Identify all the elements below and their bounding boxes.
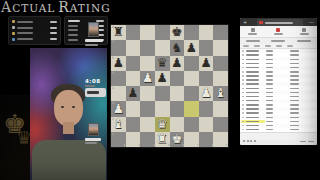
- table-cell-text: [266, 75, 273, 77]
- tab-title-text: [265, 22, 293, 24]
- square-c2[interactable]: [140, 117, 155, 132]
- black-pawn[interactable]: ♟: [184, 40, 199, 55]
- black-pawn[interactable]: ♟: [155, 71, 170, 86]
- table-cell-text: [266, 67, 273, 69]
- square-a7[interactable]: 7: [111, 40, 126, 55]
- square-b8[interactable]: [126, 25, 141, 40]
- square-c6[interactable]: [140, 56, 155, 71]
- table-cell-text: [290, 54, 299, 56]
- square-e7[interactable]: ♞: [170, 40, 185, 55]
- stat-label: [68, 20, 80, 22]
- table-cell-text: [242, 121, 244, 123]
- filter-link[interactable]: [246, 40, 260, 42]
- table-cell-text: [290, 112, 299, 114]
- table-cell-text: [290, 75, 299, 77]
- square-g7[interactable]: [199, 40, 214, 55]
- square-b3[interactable]: [126, 101, 141, 116]
- square-a1[interactable]: 1a: [111, 132, 126, 147]
- table-cell-text: [290, 92, 299, 94]
- stat-label: [68, 34, 78, 36]
- stream-title-word-left: ACTUAL: [1, 0, 55, 15]
- table-cell-text: [242, 75, 244, 77]
- table-column-header[interactable]: [276, 45, 282, 47]
- table-cell-text: [290, 88, 299, 90]
- table-cell-text: [246, 83, 259, 85]
- webcam-video: [30, 48, 107, 180]
- player-username[interactable]: [85, 138, 101, 141]
- minimize-button[interactable]: —: [309, 20, 314, 25]
- square-g4[interactable]: ♟: [199, 86, 214, 101]
- white-bishop[interactable]: ♝: [111, 117, 126, 132]
- tab-favicon-icon: [259, 21, 263, 25]
- opponent-clock: 4:08: [85, 78, 107, 84]
- table-cell-text: [290, 117, 299, 119]
- stat-piece-icon: [12, 20, 15, 23]
- square-g5[interactable]: [199, 71, 214, 86]
- table-cell-text: [246, 54, 259, 56]
- table-cell-text: [266, 121, 273, 123]
- opponent-rating: [85, 44, 98, 46]
- square-a6[interactable]: 6♟: [111, 56, 126, 71]
- stat-label: [17, 32, 33, 34]
- square-d7[interactable]: [155, 40, 170, 55]
- square-h8[interactable]: [213, 25, 228, 40]
- table-cell-text: [242, 88, 244, 90]
- rating-table-body: [240, 49, 317, 132]
- stat-label: [68, 39, 78, 41]
- square-c3[interactable]: [140, 101, 155, 116]
- table-cell-text: [242, 117, 244, 119]
- stat-value: [50, 21, 57, 23]
- table-cell-text: [242, 54, 244, 56]
- square-g8[interactable]: [199, 25, 214, 40]
- black-pawn[interactable]: ♟: [111, 56, 126, 71]
- table-cell-text: [266, 59, 273, 61]
- stream-frame: ACTUAL RATING ♚ ♛ 4:08 8♜♚7♞♟6♟♛♟♟5♟♟4♟♟…: [0, 0, 320, 180]
- square-d2[interactable]: ♛: [155, 117, 170, 132]
- table-cell-text: [246, 75, 259, 77]
- table-cell-text: [242, 108, 244, 110]
- square-f7[interactable]: ♟: [184, 40, 199, 55]
- square-g3[interactable]: [199, 101, 214, 116]
- table-column-header[interactable]: [254, 45, 260, 47]
- white-queen[interactable]: ♛: [155, 117, 170, 132]
- white-pawn[interactable]: ♟: [199, 86, 214, 101]
- table-cell-text: [266, 100, 273, 102]
- streamer-face: [54, 90, 83, 126]
- table-column-header[interactable]: [287, 45, 293, 47]
- table-cell-text: [242, 67, 244, 69]
- square-f8[interactable]: [184, 25, 199, 40]
- streamer-eye-right: [72, 106, 75, 108]
- coordinate-file-h: h: [226, 143, 228, 147]
- square-h5[interactable]: [213, 71, 228, 86]
- square-b7[interactable]: [126, 40, 141, 55]
- stat-label: [17, 21, 33, 23]
- stat-piece-icon: [12, 38, 15, 41]
- table-cell-text: [290, 63, 299, 65]
- table-cell-text: [246, 63, 259, 65]
- black-pawn[interactable]: ♟: [126, 86, 141, 101]
- coordinate-rank-1: 1: [112, 132, 114, 136]
- toolbar-button[interactable]: [300, 28, 309, 35]
- black-pawn[interactable]: ♟: [170, 56, 185, 71]
- chess-board: 8♜♚7♞♟6♟♛♟♟5♟♟4♟♟♝3♟2♝♛1abcd♜e♚fgh: [111, 25, 228, 147]
- square-h7[interactable]: [213, 40, 228, 55]
- table-cell-text: [246, 96, 259, 98]
- black-queen[interactable]: ♛: [155, 56, 170, 71]
- player-rating: [85, 142, 97, 144]
- table-cell-text: [266, 112, 273, 114]
- table-cell-text: [290, 59, 299, 61]
- square-e8[interactable]: ♚: [170, 25, 185, 40]
- table-cell-text: [290, 79, 299, 81]
- stat-value: [50, 27, 57, 29]
- table-cell-text: [290, 100, 299, 102]
- white-bishop[interactable]: ♝: [213, 86, 228, 101]
- square-h1[interactable]: h: [213, 132, 228, 147]
- pagination-right[interactable]: [298, 127, 314, 145]
- stat-piece-icon: [12, 32, 15, 35]
- table-cell-text: [242, 63, 244, 65]
- square-f3[interactable]: [184, 101, 199, 116]
- square-a3[interactable]: 3♟: [111, 101, 126, 116]
- stat-value: [50, 38, 57, 40]
- table-cell-text: [242, 83, 244, 85]
- table-cell-text: [266, 129, 273, 131]
- square-e2[interactable]: [170, 117, 185, 132]
- square-a2[interactable]: 2♝: [111, 117, 126, 132]
- clock-sub-label: [85, 85, 95, 87]
- square-f4[interactable]: [184, 86, 199, 101]
- square-g6[interactable]: ♟: [199, 56, 214, 71]
- table-cell-text: [266, 125, 273, 127]
- stat-row: [12, 31, 57, 35]
- square-d6[interactable]: ♛: [155, 56, 170, 71]
- black-rook[interactable]: ♜: [111, 25, 126, 40]
- table-cell-text: [290, 121, 299, 123]
- toolbar-button[interactable]: [274, 28, 283, 35]
- filter-link[interactable]: [297, 40, 311, 42]
- square-c5[interactable]: ♟: [140, 71, 155, 86]
- opponent-username[interactable]: [85, 39, 103, 42]
- table-cell-text: [242, 92, 244, 94]
- stream-title-word-right: RATING: [58, 0, 110, 15]
- artwork-queen-icon: ♛: [16, 129, 30, 147]
- new-tab-button[interactable]: +: [243, 20, 247, 25]
- window-title-bar[interactable]: + —: [240, 18, 317, 26]
- streamer-neck: [63, 122, 74, 134]
- toolbar-label: [274, 33, 283, 35]
- table-cell-text: [246, 100, 259, 102]
- stat-row: [12, 37, 57, 41]
- stat-value: [50, 32, 57, 34]
- table-cell-text: [242, 50, 244, 52]
- table-cell-text: [242, 71, 244, 73]
- stat-label: [17, 38, 33, 40]
- table-cell-text: [266, 71, 273, 73]
- square-g2[interactable]: [199, 117, 214, 132]
- table-column-header[interactable]: [265, 45, 271, 47]
- square-d8[interactable]: [155, 25, 170, 40]
- white-rook[interactable]: ♜: [155, 132, 170, 147]
- stat-row: [12, 26, 57, 30]
- table-cell-text: [246, 104, 259, 106]
- table-cell-text: [266, 92, 273, 94]
- stat-label: [68, 29, 78, 31]
- table-cell-text: [266, 79, 273, 81]
- toolbar-icon: [302, 28, 306, 32]
- stream-title: ACTUAL RATING: [1, 0, 111, 16]
- stat-label: [17, 27, 33, 29]
- table-cell-text: [290, 96, 299, 98]
- coordinate-rank-5: 5: [112, 71, 114, 75]
- window-toolbar: [240, 26, 317, 38]
- square-d5[interactable]: ♟: [155, 71, 170, 86]
- toolbar-label: [248, 33, 257, 35]
- white-king[interactable]: ♚: [170, 132, 185, 147]
- table-cell-text: [246, 88, 259, 90]
- square-b6[interactable]: [126, 56, 141, 71]
- square-h4[interactable]: ♝: [213, 86, 228, 101]
- table-cell-text: [246, 59, 259, 61]
- square-g1[interactable]: g: [199, 132, 214, 147]
- table-cell-text: [242, 96, 244, 98]
- table-cell-text: [242, 100, 244, 102]
- square-a8[interactable]: 8♜: [111, 25, 126, 40]
- opponent-avatar[interactable]: [88, 22, 99, 37]
- browser-tab[interactable]: [257, 19, 303, 26]
- table-cell-text: [266, 83, 273, 85]
- table-cell-text: [246, 92, 259, 94]
- table-cell-text: [290, 104, 299, 106]
- table-cell-text: [266, 88, 273, 90]
- toolbar-icon: [276, 28, 280, 32]
- square-e5[interactable]: [170, 71, 185, 86]
- square-f6[interactable]: [184, 56, 199, 71]
- table-cell-text: [242, 79, 244, 81]
- table-cell-text: [242, 112, 244, 114]
- table-cell-text: [266, 96, 273, 98]
- square-c1[interactable]: c: [140, 132, 155, 147]
- square-b1[interactable]: b: [126, 132, 141, 147]
- table-cell-text: [266, 54, 273, 56]
- square-e3[interactable]: [170, 101, 185, 116]
- coordinate-rank-4: 4: [112, 86, 114, 90]
- square-c7[interactable]: [140, 40, 155, 55]
- streamer-eye-left: [61, 106, 64, 108]
- square-a5[interactable]: 5: [111, 71, 126, 86]
- square-f1[interactable]: f: [184, 132, 199, 147]
- streamer-shoulders: [32, 140, 106, 180]
- stat-label: [68, 25, 78, 27]
- rating-stats-card-left: [8, 16, 61, 45]
- table-cell-text: [290, 108, 299, 110]
- black-king[interactable]: ♚: [170, 25, 185, 40]
- white-pawn[interactable]: ♟: [140, 71, 155, 86]
- square-f5[interactable]: [184, 71, 199, 86]
- table-cell-text: [246, 71, 259, 73]
- table-cell-text: [246, 117, 259, 119]
- black-pawn[interactable]: ♟: [199, 56, 214, 71]
- square-h3[interactable]: [213, 101, 228, 116]
- player-clock-digits: [87, 91, 99, 94]
- rating-table-window: + —: [240, 18, 317, 145]
- table-cell-text: [290, 67, 299, 69]
- square-e1[interactable]: e♚: [170, 132, 185, 147]
- square-c8[interactable]: [140, 25, 155, 40]
- square-b4[interactable]: ♟: [126, 86, 141, 101]
- chess-artwork: ♚ ♛: [0, 95, 30, 180]
- table-cell-text: [266, 63, 273, 65]
- table-cell-text: [246, 112, 259, 114]
- square-e6[interactable]: ♟: [170, 56, 185, 71]
- square-d4[interactable]: [155, 86, 170, 101]
- square-e4[interactable]: [170, 86, 185, 101]
- filter-link[interactable]: [271, 40, 285, 42]
- square-f2[interactable]: [184, 117, 199, 132]
- square-b5[interactable]: [126, 71, 141, 86]
- toolbar-label: [300, 33, 309, 35]
- table-cell-text: [246, 121, 259, 123]
- square-h6[interactable]: [213, 56, 228, 71]
- square-d1[interactable]: d♜: [155, 132, 170, 147]
- player-avatar[interactable]: [88, 123, 99, 136]
- pagination-left[interactable]: [243, 127, 257, 145]
- table-cell-text: [246, 67, 259, 69]
- table-cell-text: [266, 108, 273, 110]
- table-cell-text: [266, 50, 273, 52]
- square-c4[interactable]: [140, 86, 155, 101]
- table-cell-text: [242, 59, 244, 61]
- square-d3[interactable]: [155, 101, 170, 116]
- table-cell-text: [246, 108, 259, 110]
- square-b2[interactable]: [126, 117, 141, 132]
- table-cell-text: [266, 104, 273, 106]
- table-cell-text: [290, 71, 299, 73]
- table-cell-text: [246, 50, 259, 52]
- pagination-footer: [240, 132, 317, 140]
- stat-row: [12, 20, 57, 24]
- coordinate-rank-7: 7: [112, 40, 114, 44]
- table-cell-text: [246, 79, 259, 81]
- table-cell-text: [266, 117, 273, 119]
- toolbar-icon: [251, 28, 255, 32]
- square-a4[interactable]: 4: [111, 86, 126, 101]
- stat-piece-icon: [12, 26, 15, 29]
- table-cell-text: [290, 83, 299, 85]
- white-pawn[interactable]: ♟: [111, 101, 126, 116]
- table-column-header[interactable]: [243, 45, 249, 47]
- black-knight[interactable]: ♞: [170, 40, 185, 55]
- table-cell-text: [290, 50, 299, 52]
- square-h2[interactable]: [213, 117, 228, 132]
- player-clock: [85, 88, 106, 97]
- toolbar-button[interactable]: [248, 28, 257, 35]
- table-cell-text: [242, 104, 244, 106]
